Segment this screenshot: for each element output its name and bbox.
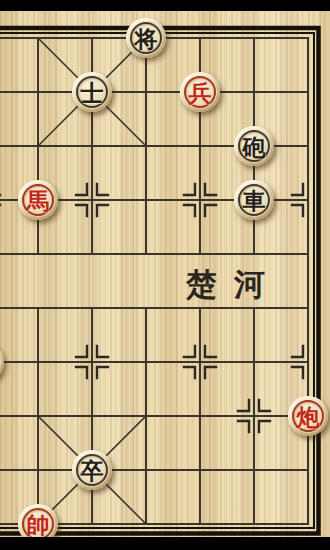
piece-glyph: 兵 xyxy=(189,81,212,104)
piece-glyph: 車 xyxy=(243,189,266,212)
piece-glyph: 砲 xyxy=(243,135,266,158)
black-soldier-piece[interactable]: 卒 xyxy=(72,450,112,490)
black-cannon-piece[interactable]: 砲 xyxy=(234,126,274,166)
piece-glyph: 馬 xyxy=(27,189,50,212)
river-label: 楚河 xyxy=(186,264,282,306)
xiangqi-board[interactable]: 楚河 将士兵砲馬車兵炮卒帥 xyxy=(0,0,330,550)
bottom-black-bar xyxy=(0,537,330,550)
black-chariot-piece[interactable]: 車 xyxy=(234,180,274,220)
top-black-bar xyxy=(0,0,330,11)
piece-glyph: 帥 xyxy=(27,513,50,536)
black-general-piece[interactable]: 将 xyxy=(126,18,166,58)
piece-glyph: 卒 xyxy=(81,459,104,482)
piece-glyph: 将 xyxy=(135,27,158,50)
piece-glyph: 士 xyxy=(81,81,104,104)
xiangqi-game-screen: 楚河 将士兵砲馬車兵炮卒帥 xyxy=(0,0,330,550)
red-soldier-piece[interactable]: 兵 xyxy=(180,72,220,112)
red-horse-piece[interactable]: 馬 xyxy=(18,180,58,220)
black-advisor-piece[interactable]: 士 xyxy=(72,72,112,112)
piece-glyph: 炮 xyxy=(297,405,320,428)
red-cannon-piece[interactable]: 炮 xyxy=(288,396,328,436)
